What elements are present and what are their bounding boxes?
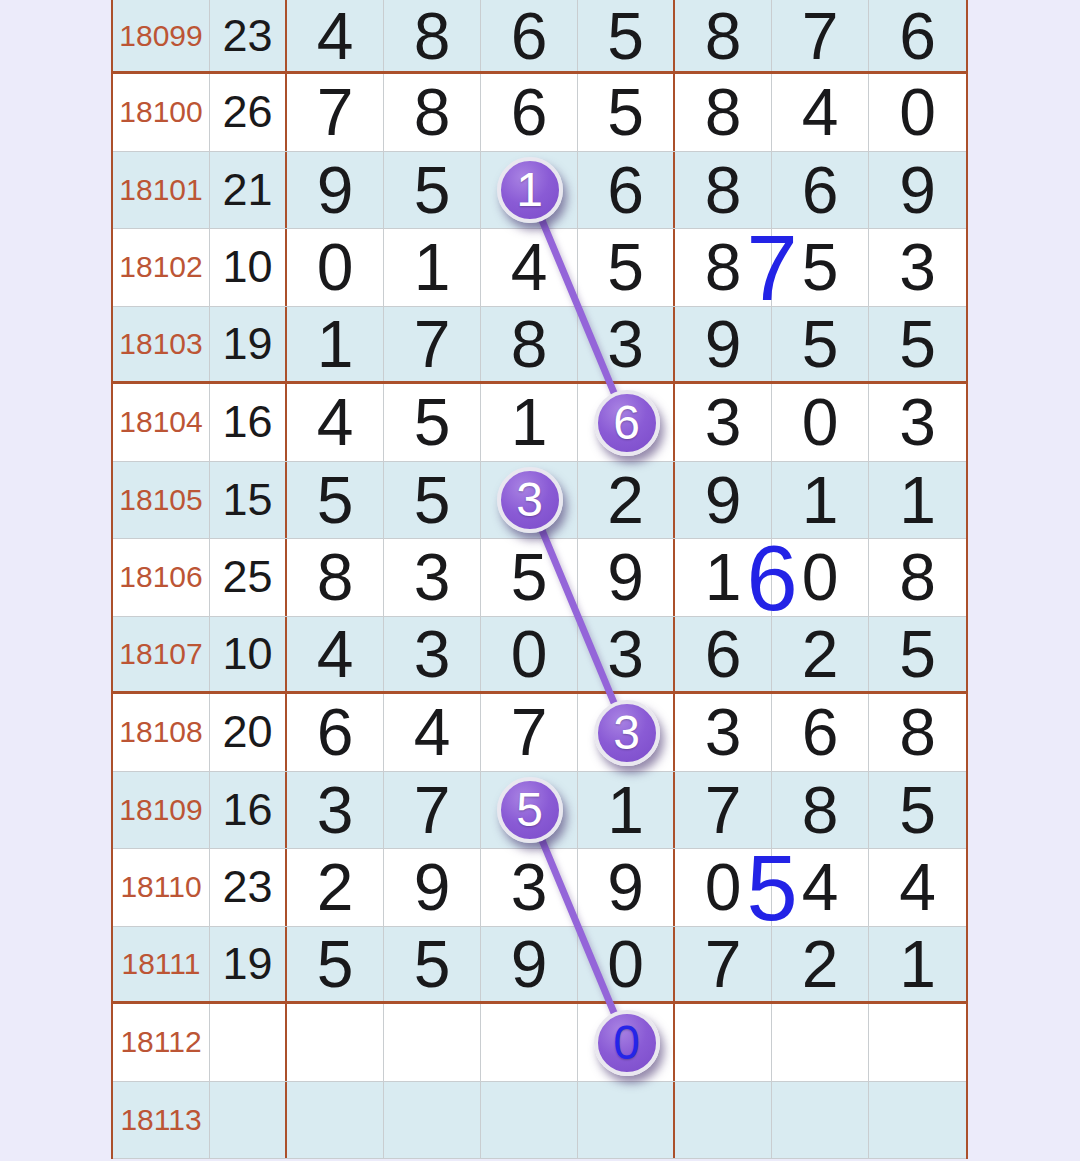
circled-digit: 6	[613, 399, 640, 447]
digit-cell: 9	[675, 307, 772, 382]
digit-cell: 4	[772, 849, 869, 926]
period-cell: 18108	[113, 694, 210, 771]
digit-cell: 9	[481, 927, 578, 1002]
digit-cell: 3	[578, 617, 675, 692]
digit-cell	[384, 1082, 481, 1159]
digit-cell: 5	[869, 772, 966, 849]
digit-cell: 0	[772, 539, 869, 616]
digit-cell: 2	[772, 927, 869, 1002]
digit-cell	[869, 1082, 966, 1159]
period-cell: 18113	[113, 1082, 210, 1159]
period-cell: 18106	[113, 539, 210, 616]
digit-cell	[675, 1082, 772, 1159]
digit-cell: 0	[287, 229, 384, 306]
sum-cell: 26	[210, 74, 287, 151]
period-cell: 18111	[113, 927, 210, 1002]
digit-cell: 9	[578, 539, 675, 616]
digit-cell: 3	[481, 849, 578, 926]
digit-cell: 5	[384, 384, 481, 461]
digit-cell: 8	[869, 694, 966, 771]
digit-cell: 0	[675, 849, 772, 926]
digit-cell: 5	[481, 539, 578, 616]
digit-cell: 9	[578, 849, 675, 926]
digit-cell: 9	[675, 462, 772, 539]
digit-cell: 6	[578, 152, 675, 229]
digit-cell: 2	[287, 849, 384, 926]
digit-cell: 5	[772, 307, 869, 382]
digit-cell: 3	[384, 539, 481, 616]
period-cell: 18110	[113, 849, 210, 926]
digit-cell: 5	[578, 74, 675, 151]
digit-cell: 7	[481, 694, 578, 771]
digit-cell: 0	[481, 617, 578, 692]
digit-cell: 3	[287, 772, 384, 849]
digit-cell: 8	[772, 772, 869, 849]
digit-cell: 4	[772, 74, 869, 151]
digit-cell: 1	[869, 462, 966, 539]
digit-cell: 3	[384, 617, 481, 692]
circled-digit: 3	[516, 476, 543, 524]
table-row: 18100267865840	[113, 74, 966, 152]
digit-cell: 7	[384, 307, 481, 382]
table-row: 18106258359108	[113, 539, 966, 617]
period-cell: 18105	[113, 462, 210, 539]
digit-cell	[287, 1004, 384, 1081]
digit-cell: 8	[675, 0, 772, 71]
table-row: 18107104303625	[113, 617, 966, 695]
digit-cell: 1	[384, 229, 481, 306]
table-row: 1810820647368	[113, 694, 966, 772]
digit-cell: 9	[869, 152, 966, 229]
digit-cell	[869, 1004, 966, 1081]
digit-cell	[481, 1082, 578, 1159]
period-cell: 18102	[113, 229, 210, 306]
sum-cell	[210, 1082, 287, 1159]
period-cell: 18112	[113, 1004, 210, 1081]
digit-cell: 6	[675, 617, 772, 692]
digit-cell: 3	[675, 694, 772, 771]
sum-cell: 10	[210, 617, 287, 692]
period-cell: 18109	[113, 772, 210, 849]
digit-cell: 5	[772, 229, 869, 306]
digit-cell: 5	[869, 307, 966, 382]
circled-digit: 1	[516, 166, 543, 214]
digit-cell: 6	[869, 0, 966, 71]
digit-cell: 1	[772, 462, 869, 539]
digit-cell: 8	[869, 539, 966, 616]
digit-cell: 3	[578, 307, 675, 382]
period-cell: 18101	[113, 152, 210, 229]
sum-cell: 23	[210, 0, 287, 71]
table-row: 18103191783955	[113, 307, 966, 385]
sum-cell	[210, 1004, 287, 1081]
digit-cell: 1	[578, 772, 675, 849]
digit-cell: 4	[287, 0, 384, 71]
digit-cell: 6	[481, 74, 578, 151]
digit-cell: 9	[287, 152, 384, 229]
digit-cell: 4	[481, 229, 578, 306]
digit-cell: 8	[675, 152, 772, 229]
circled-digit: 0	[613, 1019, 640, 1067]
period-cell: 18103	[113, 307, 210, 382]
digit-cell	[675, 1004, 772, 1081]
digit-cell	[772, 1082, 869, 1159]
trend-circle: 3	[497, 467, 563, 533]
digit-cell: 3	[869, 229, 966, 306]
digit-cell: 5	[287, 462, 384, 539]
digit-cell	[772, 1004, 869, 1081]
digit-cell: 7	[287, 74, 384, 151]
sum-cell: 23	[210, 849, 287, 926]
digit-cell: 7	[675, 927, 772, 1002]
digit-cell: 7	[384, 772, 481, 849]
table-row: 18112	[113, 1004, 966, 1082]
digit-cell: 8	[675, 74, 772, 151]
digit-cell: 5	[578, 229, 675, 306]
digit-cell: 2	[772, 617, 869, 692]
table-row: 18099234865876	[113, 0, 966, 74]
digit-cell: 1	[675, 539, 772, 616]
digit-cell: 3	[675, 384, 772, 461]
digit-cell: 5	[384, 152, 481, 229]
digit-cell: 6	[772, 152, 869, 229]
trend-circle: 6	[594, 390, 660, 456]
table-row: 1810416451303	[113, 384, 966, 462]
sum-cell: 25	[210, 539, 287, 616]
digit-cell: 9	[384, 849, 481, 926]
sum-cell: 20	[210, 694, 287, 771]
period-cell: 18107	[113, 617, 210, 692]
digit-cell	[384, 1004, 481, 1081]
digit-cell: 8	[287, 539, 384, 616]
digit-cell: 5	[384, 462, 481, 539]
digit-cell: 6	[287, 694, 384, 771]
sum-cell: 16	[210, 772, 287, 849]
trend-circle: 0	[594, 1010, 660, 1076]
sum-cell: 15	[210, 462, 287, 539]
digit-cell: 5	[578, 0, 675, 71]
sum-cell: 21	[210, 152, 287, 229]
sum-cell: 19	[210, 927, 287, 1002]
digit-cell: 7	[772, 0, 869, 71]
digit-cell: 5	[384, 927, 481, 1002]
period-cell: 18099	[113, 0, 210, 71]
trend-circle: 3	[594, 700, 660, 766]
circled-digit: 3	[613, 709, 640, 757]
table-row: 18113	[113, 1082, 966, 1160]
digit-cell	[287, 1082, 384, 1159]
digit-cell: 8	[675, 229, 772, 306]
digit-cell: 0	[869, 74, 966, 151]
digit-cell: 3	[869, 384, 966, 461]
digit-cell: 4	[384, 694, 481, 771]
sum-cell: 19	[210, 307, 287, 382]
sum-cell: 10	[210, 229, 287, 306]
digit-cell: 5	[287, 927, 384, 1002]
trend-circle: 1	[497, 157, 563, 223]
digit-cell: 1	[481, 384, 578, 461]
digit-cell: 7	[675, 772, 772, 849]
digit-cell	[481, 1004, 578, 1081]
digit-cell: 8	[384, 0, 481, 71]
digit-cell: 4	[869, 849, 966, 926]
digit-cell: 0	[772, 384, 869, 461]
digit-cell: 2	[578, 462, 675, 539]
trend-circle: 5	[497, 777, 563, 843]
digit-cell: 8	[481, 307, 578, 382]
period-cell: 18104	[113, 384, 210, 461]
digit-cell: 4	[287, 617, 384, 692]
digit-cell: 6	[772, 694, 869, 771]
table-row: 18110232939044	[113, 849, 966, 927]
digit-cell: 5	[869, 617, 966, 692]
digit-cell: 8	[384, 74, 481, 151]
sum-cell: 16	[210, 384, 287, 461]
digit-cell: 1	[287, 307, 384, 382]
digit-cell: 6	[481, 0, 578, 71]
digit-cell: 4	[287, 384, 384, 461]
table-row: 18102100145853	[113, 229, 966, 307]
digit-cell: 0	[578, 927, 675, 1002]
digit-cell: 1	[869, 927, 966, 1002]
table-row: 18111195590721	[113, 927, 966, 1005]
circled-digit: 5	[516, 786, 543, 834]
digit-cell	[578, 1082, 675, 1159]
period-cell: 18100	[113, 74, 210, 151]
